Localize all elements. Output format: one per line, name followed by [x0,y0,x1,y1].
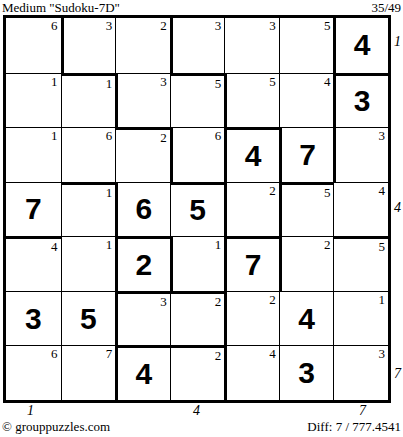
corner-clue: 4 [324,74,331,89]
corner-clue: 5 [269,74,276,89]
corner-clue: 1 [379,292,386,307]
cell-r7c3: 4 [115,345,170,400]
empty-cell-counter: 35/49 [371,0,401,16]
corner-clue: 1 [51,74,58,89]
cell-r3c3[interactable]: 2 [115,127,170,182]
corner-clue: 1 [106,76,113,91]
cell-r4c1: 7 [6,182,61,237]
corner-clue: 3 [379,346,386,361]
cell-r2c5[interactable]: 5 [224,73,279,128]
given-digit: 3 [298,358,315,388]
corner-clue: 3 [215,18,222,33]
cell-r3c2[interactable]: 6 [61,127,116,182]
corner-clue: 3 [269,18,276,33]
cell-r6c4[interactable]: 2 [170,291,225,346]
corner-clue: 6 [51,346,58,361]
col-label-1: 1 [27,403,34,419]
given-digit: 6 [136,194,153,224]
row-label-7: 7 [394,366,401,382]
cell-r4c6[interactable]: 5 [279,182,334,237]
cell-r6c1: 3 [6,291,61,346]
corner-clue: 2 [215,348,222,363]
corner-clue: 6 [106,128,113,143]
cell-r5c7[interactable]: 5 [333,236,388,291]
puzzle-title: Medium "Sudoku-7D" [2,0,120,16]
corner-clue: 6 [215,128,222,143]
corner-clue: 5 [379,239,386,254]
difficulty-text: Diff: 7 / 777.4541 [307,419,401,435]
cell-r7c4[interactable]: 2 [170,345,225,400]
cell-r1c7: 4 [333,18,388,73]
corner-clue: 2 [269,292,276,307]
given-digit: 7 [25,194,42,224]
cell-r6c3[interactable]: 3 [115,291,170,346]
corner-clue: 3 [160,294,167,309]
corner-clue: 3 [379,128,386,143]
cell-r2c2[interactable]: 1 [61,73,116,128]
cell-r7c2[interactable]: 7 [61,345,116,400]
cell-r4c7[interactable]: 4 [333,182,388,237]
col-label-7: 7 [359,403,366,419]
corner-clue: 2 [160,18,167,33]
corner-clue: 4 [269,346,276,361]
corner-clue: 7 [106,346,113,361]
given-digit: 7 [245,250,262,280]
cell-r7c5[interactable]: 4 [224,345,279,400]
cell-r3c6: 7 [279,127,334,182]
corner-clue: 4 [379,183,386,198]
cell-r1c5[interactable]: 3 [224,18,279,73]
corner-clue: 2 [269,183,276,198]
cell-r7c1[interactable]: 6 [6,345,61,400]
cell-r4c5[interactable]: 2 [224,182,279,237]
corner-clue: 1 [106,185,113,200]
cell-r1c4[interactable]: 3 [170,18,225,73]
cell-r3c4[interactable]: 6 [170,127,225,182]
cell-r5c1[interactable]: 4 [6,236,61,291]
cell-r7c7[interactable]: 3 [333,345,388,400]
corner-clue: 1 [215,237,222,252]
corner-clue: 1 [106,237,113,252]
corner-clue: 2 [160,130,167,145]
given-digit: 4 [245,141,262,171]
given-digit: 2 [136,250,153,280]
cell-r2c1[interactable]: 1 [6,73,61,128]
cell-r5c5: 7 [224,236,279,291]
cell-r2c3[interactable]: 3 [115,73,170,128]
cell-r4c4: 5 [170,182,225,237]
cell-r6c2: 5 [61,291,116,346]
cell-r3c1[interactable]: 1 [6,127,61,182]
corner-clue: 5 [215,76,222,91]
cell-r2c6[interactable]: 4 [279,73,334,128]
cell-r4c2[interactable]: 1 [61,182,116,237]
given-digit: 7 [299,140,316,170]
cell-r4c3: 6 [115,182,170,237]
cell-r1c3[interactable]: 2 [115,18,170,73]
corner-clue: 5 [324,185,331,200]
cell-r3c5: 4 [224,127,279,182]
corner-clue: 3 [160,74,167,89]
cell-r2c4[interactable]: 5 [170,73,225,128]
cell-r7c6: 3 [279,345,334,400]
row-label-4: 4 [394,200,401,216]
corner-clue: 6 [51,18,58,33]
corner-clue: 5 [324,18,331,33]
cell-r1c1[interactable]: 6 [6,18,61,73]
cell-r1c6[interactable]: 5 [279,18,334,73]
given-digit: 4 [298,304,315,334]
given-digit: 5 [80,304,97,334]
col-label-4: 4 [193,403,200,419]
cell-r6c7[interactable]: 1 [333,291,388,346]
given-digit: 4 [354,30,371,60]
cell-r5c2[interactable]: 1 [61,236,116,291]
corner-clue: 2 [215,294,222,309]
cell-r5c3: 2 [115,236,170,291]
cell-r5c4[interactable]: 1 [170,236,225,291]
row-label-1: 1 [394,34,401,50]
given-digit: 3 [25,304,42,334]
corner-clue: 4 [51,239,58,254]
corner-clue: 3 [106,18,113,33]
given-digit: 5 [189,195,206,225]
puzzle-page: Medium "Sudoku-7D" 35/49 632335411355431… [0,0,403,437]
copyright-text: © grouppuzzles.com [2,419,110,435]
cell-r1c2[interactable]: 3 [61,18,116,73]
cell-r2c7: 3 [333,73,388,128]
corner-clue: 2 [324,237,331,252]
given-digit: 4 [136,359,153,389]
cell-r6c6: 4 [279,291,334,346]
sudoku-grid: 6323354113554316264737165254412172535322… [3,15,391,403]
cell-r5c6[interactable]: 2 [279,236,334,291]
cell-r3c7[interactable]: 3 [333,127,388,182]
cell-r6c5[interactable]: 2 [224,291,279,346]
corner-clue: 1 [51,128,58,143]
given-digit: 3 [354,86,371,116]
